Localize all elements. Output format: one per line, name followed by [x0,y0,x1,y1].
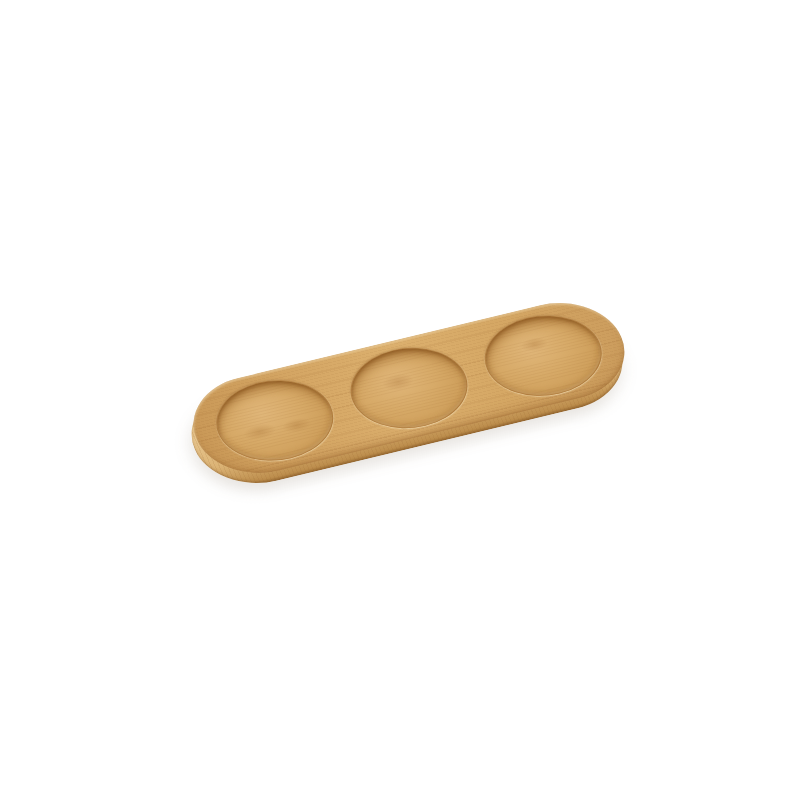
tray-recess-left [202,369,347,472]
wood-knot [280,415,314,435]
wood-knot [240,421,278,443]
tray-recess-middle [337,337,482,440]
wood-knot [379,370,416,393]
wood-knot [518,335,550,354]
photo-background [0,0,800,800]
tray-recess-right [471,304,616,407]
